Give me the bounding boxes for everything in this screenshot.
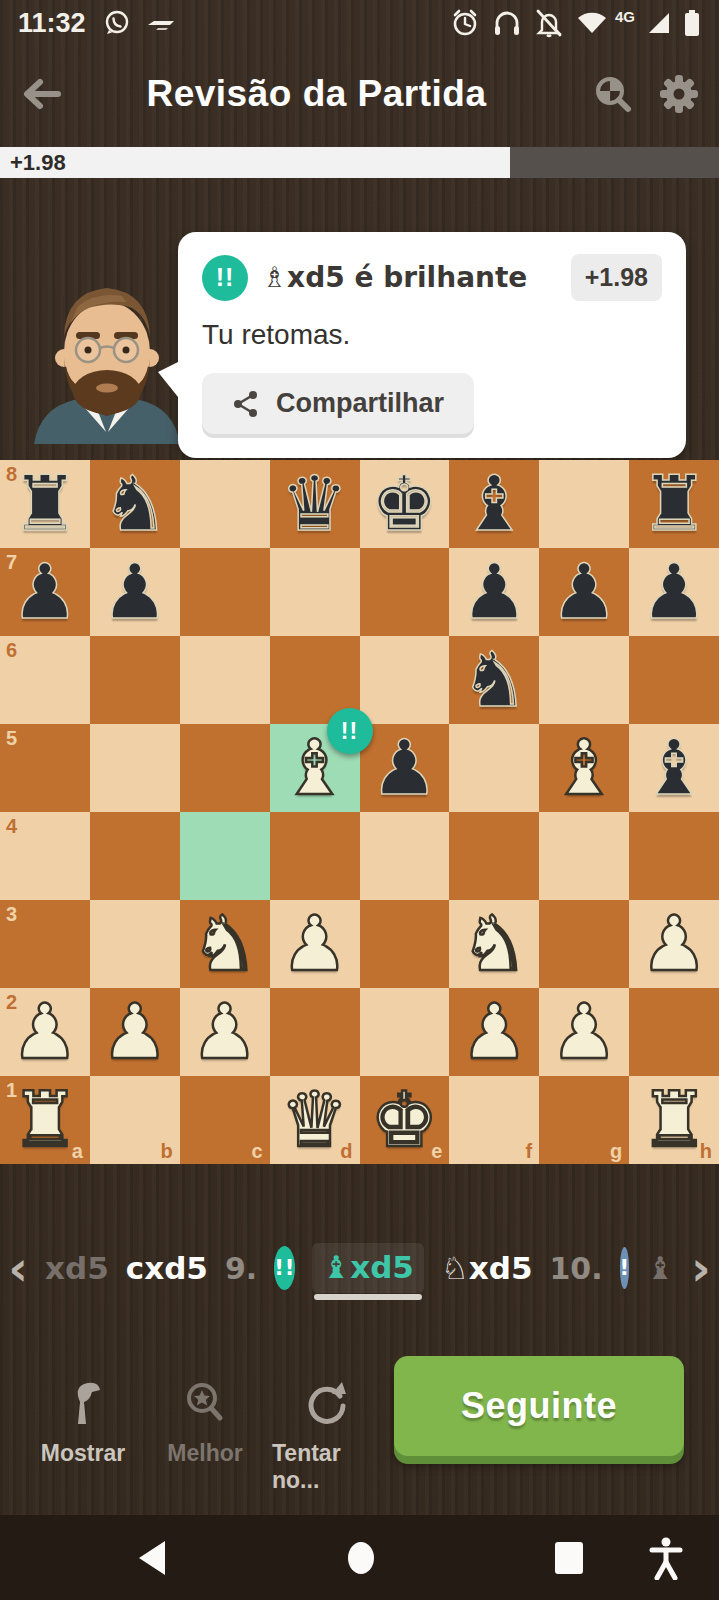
coach-avatar bbox=[26, 266, 188, 444]
coach-speech-bubble: !! ♗xd5 é brilhante +1.98 Tu retomas. Co… bbox=[178, 232, 686, 458]
square-b6[interactable] bbox=[90, 636, 180, 724]
square-b4[interactable] bbox=[90, 812, 180, 900]
square-a7[interactable]: 7♟ bbox=[0, 548, 90, 636]
white-pawn: ♟ bbox=[101, 994, 169, 1070]
retry-icon bbox=[302, 1378, 352, 1428]
white-pawn: ♟ bbox=[460, 994, 528, 1070]
square-h3[interactable]: ♟ bbox=[629, 900, 719, 988]
square-g6[interactable] bbox=[539, 636, 629, 724]
square-g7[interactable]: ♟ bbox=[539, 548, 629, 636]
rank-label-5: 5 bbox=[6, 727, 17, 750]
square-c3[interactable]: ♞ bbox=[180, 900, 270, 988]
square-h8[interactable]: ♜ bbox=[629, 460, 719, 548]
black-bishop: ♝ bbox=[460, 466, 528, 542]
black-pawn: ♟ bbox=[460, 554, 528, 630]
black-pawn: ♟ bbox=[370, 730, 438, 806]
next-button-label: Seguinte bbox=[461, 1385, 617, 1427]
black-rook: ♜ bbox=[11, 466, 79, 542]
moves-chevron-left[interactable]: ‹ bbox=[8, 1244, 28, 1292]
f1-icon bbox=[144, 12, 178, 34]
file-label-b: b bbox=[161, 1140, 173, 1163]
white-rook: ♜ bbox=[640, 1082, 708, 1158]
move-cxd5[interactable]: cxd5 bbox=[126, 1250, 208, 1286]
white-king: ♚ bbox=[370, 1082, 438, 1158]
back-arrow-icon[interactable] bbox=[18, 74, 64, 114]
black-knight: ♞ bbox=[460, 642, 528, 718]
white-pawn: ♟ bbox=[640, 906, 708, 982]
evaluation-value: +1.98 bbox=[0, 150, 66, 176]
square-b7[interactable]: ♟ bbox=[90, 548, 180, 636]
square-a6[interactable]: 6 bbox=[0, 636, 90, 724]
analysis-icon[interactable] bbox=[591, 72, 635, 116]
white-pawn: ♟ bbox=[280, 906, 348, 982]
black-pawn: ♟ bbox=[550, 554, 618, 630]
file-label-h: h bbox=[700, 1140, 712, 1163]
file-label-f: f bbox=[526, 1140, 533, 1163]
settings-gear-icon[interactable] bbox=[657, 72, 701, 116]
square-c2[interactable]: ♟ bbox=[180, 988, 270, 1076]
file-label-c: c bbox=[252, 1140, 263, 1163]
square-e5[interactable]: ♟ bbox=[360, 724, 450, 812]
square-g8[interactable] bbox=[539, 460, 629, 548]
square-b2[interactable]: ♟ bbox=[90, 988, 180, 1076]
square-a3[interactable]: 3 bbox=[0, 900, 90, 988]
white-knight: ♞ bbox=[460, 906, 528, 982]
square-h6[interactable] bbox=[629, 636, 719, 724]
evaluation-chip: +1.98 bbox=[571, 254, 662, 301]
move-quality-badge-great: ! bbox=[620, 1247, 630, 1289]
square-f1[interactable]: f bbox=[449, 1076, 539, 1164]
square-b1[interactable]: b bbox=[90, 1076, 180, 1164]
alarm-icon bbox=[449, 7, 481, 39]
square-g3[interactable] bbox=[539, 900, 629, 988]
move-xd5[interactable]: ♘xd5 bbox=[441, 1250, 533, 1286]
rank-label-6: 6 bbox=[6, 639, 17, 662]
app-bar: Revisão da Partida bbox=[0, 46, 719, 142]
file-label-a: a bbox=[72, 1140, 83, 1163]
square-a4[interactable]: 4 bbox=[0, 812, 90, 900]
square-b8[interactable]: ♞ bbox=[90, 460, 180, 548]
square-g4[interactable] bbox=[539, 812, 629, 900]
square-f8[interactable]: ♝ bbox=[449, 460, 539, 548]
black-king: ♚ bbox=[370, 466, 438, 542]
nav-accessibility-icon[interactable] bbox=[648, 1536, 684, 1580]
clock-time: 11:32 bbox=[18, 8, 86, 39]
square-e2[interactable] bbox=[360, 988, 450, 1076]
square-h2[interactable] bbox=[629, 988, 719, 1076]
best-move-icon bbox=[180, 1378, 230, 1428]
move-number: 9. bbox=[225, 1251, 257, 1286]
black-queen: ♛ bbox=[280, 466, 348, 542]
square-d7[interactable] bbox=[270, 548, 360, 636]
white-knight: ♞ bbox=[191, 906, 259, 982]
white-queen: ♛ bbox=[280, 1082, 348, 1158]
best-move-label: Melhor bbox=[167, 1440, 242, 1467]
square-c6[interactable] bbox=[180, 636, 270, 724]
square-d1[interactable]: d♛ bbox=[270, 1076, 360, 1164]
phone-screen: 11:32 bbox=[0, 0, 719, 1600]
black-pawn: ♟ bbox=[11, 554, 79, 630]
best-move-button[interactable]: Melhor bbox=[150, 1378, 260, 1467]
square-f6[interactable]: ♞ bbox=[449, 636, 539, 724]
coach-comment: Tu retomas. bbox=[202, 319, 662, 351]
square-f7[interactable]: ♟ bbox=[449, 548, 539, 636]
rank-label-1: 1 bbox=[6, 1079, 17, 1102]
black-pawn: ♟ bbox=[101, 554, 169, 630]
network-type-label: 4G bbox=[615, 8, 635, 25]
white-rook: ♜ bbox=[11, 1082, 79, 1158]
rank-label-8: 8 bbox=[6, 463, 17, 486]
square-h5[interactable]: ♝ bbox=[629, 724, 719, 812]
move-number: 10. bbox=[549, 1251, 602, 1286]
battery-icon bbox=[683, 8, 701, 38]
square-c4[interactable] bbox=[180, 812, 270, 900]
square-d2[interactable] bbox=[270, 988, 360, 1076]
black-bishop: ♝ bbox=[640, 730, 708, 806]
square-d4[interactable] bbox=[270, 812, 360, 900]
square-h4[interactable] bbox=[629, 812, 719, 900]
move-classification-headline: ♗xd5 é brilhante bbox=[262, 261, 557, 294]
share-button[interactable]: Compartilhar bbox=[202, 373, 474, 434]
white-pawn: ♟ bbox=[11, 994, 79, 1070]
move-bar: ‹xd5cxd59.!!♝xd5♘xd510.!♝› bbox=[0, 1232, 719, 1304]
square-e1[interactable]: e♚ bbox=[360, 1076, 450, 1164]
square-a5[interactable]: 5 bbox=[0, 724, 90, 812]
next-button[interactable]: Seguinte bbox=[394, 1356, 684, 1456]
square-c5[interactable] bbox=[180, 724, 270, 812]
square-f3[interactable]: ♞ bbox=[449, 900, 539, 988]
brilliant-badge: !! bbox=[202, 255, 248, 301]
square-e4[interactable] bbox=[360, 812, 450, 900]
square-g1[interactable]: g bbox=[539, 1076, 629, 1164]
white-pawn: ♟ bbox=[550, 994, 618, 1070]
wifi-icon bbox=[575, 9, 609, 37]
black-rook: ♜ bbox=[640, 466, 708, 542]
square-f5[interactable] bbox=[449, 724, 539, 812]
square-d8[interactable]: ♛ bbox=[270, 460, 360, 548]
white-pawn: ♟ bbox=[191, 994, 259, 1070]
square-e6[interactable] bbox=[360, 636, 450, 724]
square-a2[interactable]: 2♟ bbox=[0, 988, 90, 1076]
square-g2[interactable]: ♟ bbox=[539, 988, 629, 1076]
evaluation-bar: +1.98 bbox=[0, 147, 719, 178]
share-button-label: Compartilhar bbox=[276, 388, 444, 419]
move-xd5[interactable]: ♝xd5 bbox=[312, 1243, 424, 1293]
square-f2[interactable]: ♟ bbox=[449, 988, 539, 1076]
whatsapp-icon bbox=[102, 8, 132, 38]
move-[interactable]: ♝ bbox=[646, 1250, 674, 1286]
black-knight: ♞ bbox=[101, 466, 169, 542]
square-f4[interactable] bbox=[449, 812, 539, 900]
square-b5[interactable] bbox=[90, 724, 180, 812]
retry-label: Tentar no... bbox=[272, 1440, 382, 1494]
square-e3[interactable] bbox=[360, 900, 450, 988]
nav-home-icon[interactable] bbox=[344, 1538, 378, 1578]
move-quality-badge-brilliant: !! bbox=[274, 1246, 295, 1290]
show-moves-icon bbox=[58, 1378, 108, 1428]
show-moves-button[interactable]: Mostrar bbox=[28, 1378, 138, 1467]
status-bar: 11:32 bbox=[0, 0, 719, 46]
square-e7[interactable] bbox=[360, 548, 450, 636]
square-g5[interactable]: ♝ bbox=[539, 724, 629, 812]
file-label-e: e bbox=[431, 1140, 442, 1163]
file-label-d: d bbox=[340, 1140, 352, 1163]
headphones-icon bbox=[491, 7, 523, 39]
share-icon bbox=[232, 389, 260, 419]
square-h7[interactable]: ♟ bbox=[629, 548, 719, 636]
notifications-off-icon bbox=[533, 7, 565, 39]
square-c7[interactable] bbox=[180, 548, 270, 636]
square-a1[interactable]: 1a♜ bbox=[0, 1076, 90, 1164]
square-e8[interactable]: ♚ bbox=[360, 460, 450, 548]
rank-label-7: 7 bbox=[6, 551, 17, 574]
moves-chevron-right[interactable]: › bbox=[691, 1244, 711, 1292]
square-d3[interactable]: ♟ bbox=[270, 900, 360, 988]
rank-label-3: 3 bbox=[6, 903, 17, 926]
square-a8[interactable]: 8♜ bbox=[0, 460, 90, 548]
rank-label-4: 4 bbox=[6, 815, 17, 838]
file-label-g: g bbox=[610, 1140, 622, 1163]
evaluation-bar-white-fill: +1.98 bbox=[0, 147, 510, 178]
square-b3[interactable] bbox=[90, 900, 180, 988]
page-title: Revisão da Partida bbox=[64, 73, 569, 115]
square-c8[interactable] bbox=[180, 460, 270, 548]
move-xd5[interactable]: xd5 bbox=[45, 1250, 109, 1286]
nav-recents-icon[interactable] bbox=[552, 1538, 586, 1578]
black-pawn: ♟ bbox=[640, 554, 708, 630]
rank-label-2: 2 bbox=[6, 991, 17, 1014]
show-moves-label: Mostrar bbox=[41, 1440, 125, 1467]
retry-button[interactable]: Tentar no... bbox=[272, 1378, 382, 1494]
nav-back-icon[interactable] bbox=[135, 1539, 169, 1577]
square-h1[interactable]: h♜ bbox=[629, 1076, 719, 1164]
white-bishop: ♝ bbox=[550, 730, 618, 806]
square-c1[interactable]: c bbox=[180, 1076, 270, 1164]
signal-icon bbox=[645, 9, 673, 37]
board-move-badge: !! bbox=[327, 708, 373, 754]
android-nav-bar bbox=[0, 1515, 719, 1600]
chess-board: !! 8♜♞♛♚♝♜7♟♟♟♟♟6♞5♝♟♝♝43♞♟♞♟2♟♟♟♟♟1a♜bc… bbox=[0, 460, 719, 1164]
